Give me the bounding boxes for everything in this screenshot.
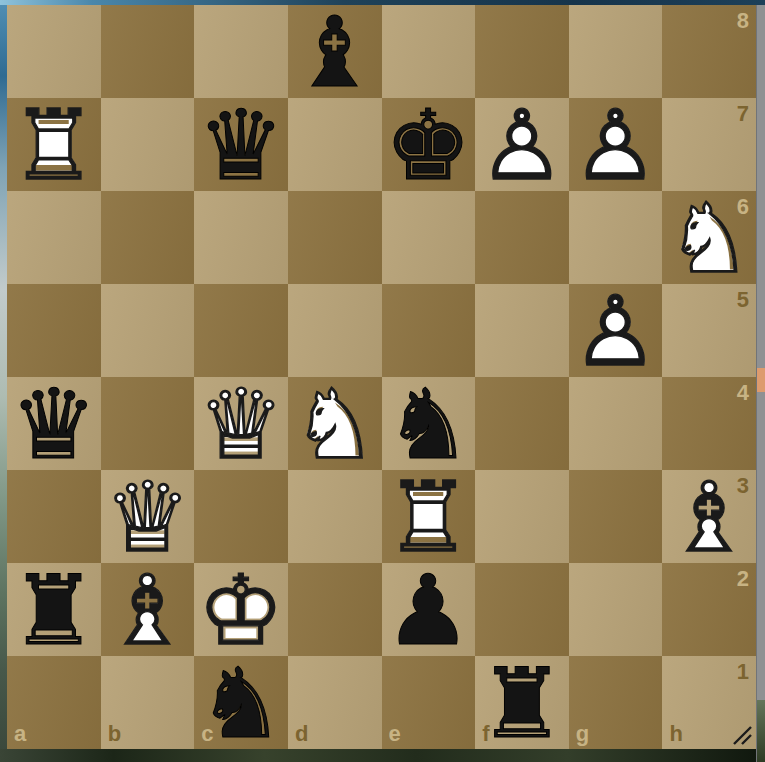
white-king-outline: ♔: [194, 564, 288, 657]
square-f5[interactable]: [475, 284, 569, 377]
square-a8[interactable]: [7, 5, 101, 98]
rank-label-4: 4: [737, 382, 749, 404]
square-a3[interactable]: [7, 470, 101, 563]
square-f7[interactable]: ♟♙: [475, 98, 569, 191]
square-f1[interactable]: f♜: [475, 656, 569, 749]
square-h5[interactable]: 5: [662, 284, 756, 377]
scrollbar-marker[interactable]: [757, 368, 765, 392]
square-c4[interactable]: ♛♕: [194, 377, 288, 470]
square-b5[interactable]: [101, 284, 195, 377]
black-queen-glyph: ♛: [194, 99, 288, 192]
black-knight-glyph: ♞: [382, 378, 476, 471]
white-knight[interactable]: ♞♘: [288, 377, 382, 470]
black-queen-glyph: ♛: [7, 378, 101, 471]
white-knight-outline: ♘: [288, 378, 382, 471]
white-knight[interactable]: ♞♘: [662, 191, 756, 284]
square-h7[interactable]: 7: [662, 98, 756, 191]
white-rook-outline: ♖: [7, 99, 101, 192]
black-knight[interactable]: ♞: [382, 377, 476, 470]
white-pawn-glyph: ♟: [475, 99, 569, 192]
file-label-h: h: [669, 723, 682, 745]
white-knight-glyph: ♞: [288, 378, 382, 471]
black-knight[interactable]: ♞: [194, 656, 288, 749]
white-queen-glyph: ♛: [101, 471, 195, 564]
file-label-d: d: [295, 723, 308, 745]
square-d5[interactable]: [288, 284, 382, 377]
square-d1[interactable]: d: [288, 656, 382, 749]
square-d4[interactable]: ♞♘: [288, 377, 382, 470]
white-bishop-outline: ♗: [662, 471, 756, 564]
black-king[interactable]: ♚: [382, 98, 476, 191]
file-label-a: a: [14, 723, 26, 745]
black-rook[interactable]: ♜: [475, 656, 569, 749]
white-pawn-glyph: ♟: [569, 99, 663, 192]
square-c6[interactable]: [194, 191, 288, 284]
white-queen-glyph: ♛: [194, 378, 288, 471]
square-g8[interactable]: [569, 5, 663, 98]
white-pawn-outline: ♙: [569, 285, 663, 378]
black-bishop-glyph: ♝: [288, 6, 382, 99]
background-right-bottom: [757, 700, 765, 762]
square-c7[interactable]: ♛: [194, 98, 288, 191]
white-pawn-outline: ♙: [569, 99, 663, 192]
black-pawn[interactable]: ♟: [382, 563, 476, 656]
white-rook-glyph: ♜: [382, 471, 476, 564]
white-pawn-glyph: ♟: [569, 285, 663, 378]
square-a7[interactable]: ♜♖: [7, 98, 101, 191]
square-b7[interactable]: [101, 98, 195, 191]
square-c2[interactable]: ♚♔: [194, 563, 288, 656]
square-b8[interactable]: [101, 5, 195, 98]
white-rook-outline: ♖: [382, 471, 476, 564]
scrollbar-track[interactable]: [756, 0, 765, 762]
black-rook-glyph: ♜: [475, 657, 569, 750]
square-f2[interactable]: [475, 563, 569, 656]
square-g6[interactable]: [569, 191, 663, 284]
square-e4[interactable]: ♞: [382, 377, 476, 470]
white-bishop-glyph: ♝: [662, 471, 756, 564]
page: ♝8♜♖♛♚♟♙♟♙76♞♘♟♙5♛♛♕♞♘♞4♛♕♜♖3♝♗♜♝♗♚♔♟2ab…: [0, 0, 765, 762]
white-rook[interactable]: ♜♖: [382, 470, 476, 563]
square-a2[interactable]: ♜: [7, 563, 101, 656]
square-a6[interactable]: [7, 191, 101, 284]
square-e8[interactable]: [382, 5, 476, 98]
square-h3[interactable]: 3♝♗: [662, 470, 756, 563]
white-bishop[interactable]: ♝♗: [662, 470, 756, 563]
background-photo-bottom: [0, 749, 757, 762]
square-d3[interactable]: [288, 470, 382, 563]
square-e5[interactable]: [382, 284, 476, 377]
square-e6[interactable]: [382, 191, 476, 284]
background-photo-left: [0, 0, 7, 762]
square-b3[interactable]: ♛♕: [101, 470, 195, 563]
square-h8[interactable]: 8: [662, 5, 756, 98]
white-queen-outline: ♕: [101, 471, 195, 564]
square-f4[interactable]: [475, 377, 569, 470]
square-e2[interactable]: ♟: [382, 563, 476, 656]
file-label-b: b: [108, 723, 121, 745]
square-f3[interactable]: [475, 470, 569, 563]
square-h6[interactable]: 6♞♘: [662, 191, 756, 284]
square-d8[interactable]: ♝: [288, 5, 382, 98]
square-e1[interactable]: e: [382, 656, 476, 749]
square-f6[interactable]: [475, 191, 569, 284]
black-queen[interactable]: ♛: [7, 377, 101, 470]
square-h2[interactable]: 2: [662, 563, 756, 656]
file-label-e: e: [389, 723, 401, 745]
black-bishop[interactable]: ♝: [288, 5, 382, 98]
square-c1[interactable]: c♞: [194, 656, 288, 749]
square-a4[interactable]: ♛: [7, 377, 101, 470]
white-king[interactable]: ♚♔: [194, 563, 288, 656]
square-d6[interactable]: [288, 191, 382, 284]
black-rook-glyph: ♜: [7, 564, 101, 657]
white-pawn-outline: ♙: [475, 99, 569, 192]
square-c3[interactable]: [194, 470, 288, 563]
white-queen[interactable]: ♛♕: [194, 377, 288, 470]
black-queen[interactable]: ♛: [194, 98, 288, 191]
white-pawn[interactable]: ♟♙: [569, 284, 663, 377]
rank-label-8: 8: [737, 10, 749, 32]
square-g7[interactable]: ♟♙: [569, 98, 663, 191]
square-c5[interactable]: [194, 284, 288, 377]
white-rook-glyph: ♜: [7, 99, 101, 192]
square-h4[interactable]: 4: [662, 377, 756, 470]
rank-label-1: 1: [737, 661, 749, 683]
square-b2[interactable]: ♝♗: [101, 563, 195, 656]
square-h1[interactable]: 1h: [662, 656, 756, 749]
square-d2[interactable]: [288, 563, 382, 656]
rank-label-2: 2: [737, 568, 749, 590]
white-rook[interactable]: ♜♖: [7, 98, 101, 191]
white-king-glyph: ♚: [194, 564, 288, 657]
white-bishop-outline: ♗: [101, 564, 195, 657]
white-pawn[interactable]: ♟♙: [569, 98, 663, 191]
white-bishop-glyph: ♝: [101, 564, 195, 657]
square-a1[interactable]: a: [7, 656, 101, 749]
file-label-g: g: [576, 723, 589, 745]
rank-label-7: 7: [737, 103, 749, 125]
chess-board[interactable]: ♝8♜♖♛♚♟♙♟♙76♞♘♟♙5♛♛♕♞♘♞4♛♕♜♖3♝♗♜♝♗♚♔♟2ab…: [7, 5, 756, 749]
square-a5[interactable]: [7, 284, 101, 377]
white-queen[interactable]: ♛♕: [101, 470, 195, 563]
square-c8[interactable]: [194, 5, 288, 98]
square-e7[interactable]: ♚: [382, 98, 476, 191]
square-e3[interactable]: ♜♖: [382, 470, 476, 563]
white-bishop[interactable]: ♝♗: [101, 563, 195, 656]
black-king-glyph: ♚: [382, 99, 476, 192]
white-queen-outline: ♕: [194, 378, 288, 471]
square-b1[interactable]: b: [101, 656, 195, 749]
white-knight-outline: ♘: [662, 192, 756, 285]
white-knight-glyph: ♞: [662, 192, 756, 285]
square-g4[interactable]: [569, 377, 663, 470]
rank-label-5: 5: [737, 289, 749, 311]
square-g2[interactable]: [569, 563, 663, 656]
black-knight-glyph: ♞: [194, 657, 288, 750]
square-f8[interactable]: [475, 5, 569, 98]
square-g5[interactable]: ♟♙: [569, 284, 663, 377]
black-rook[interactable]: ♜: [7, 563, 101, 656]
square-b6[interactable]: [101, 191, 195, 284]
square-g1[interactable]: g: [569, 656, 663, 749]
square-b4[interactable]: [101, 377, 195, 470]
square-d7[interactable]: [288, 98, 382, 191]
white-pawn[interactable]: ♟♙: [475, 98, 569, 191]
black-pawn-glyph: ♟: [382, 564, 476, 657]
board-resize-handle-icon[interactable]: [731, 724, 753, 746]
square-g3[interactable]: [569, 470, 663, 563]
